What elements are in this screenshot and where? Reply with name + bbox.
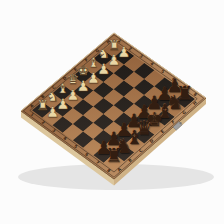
- clasp-pin: [180, 122, 182, 124]
- chess-set-photo: AABBCCDDEEFFGGHH1122334455667788 ♜♞♝♛♚♝♞…: [0, 0, 224, 224]
- chess-board: AABBCCDDEEFFGGHH1122334455667788: [0, 0, 224, 224]
